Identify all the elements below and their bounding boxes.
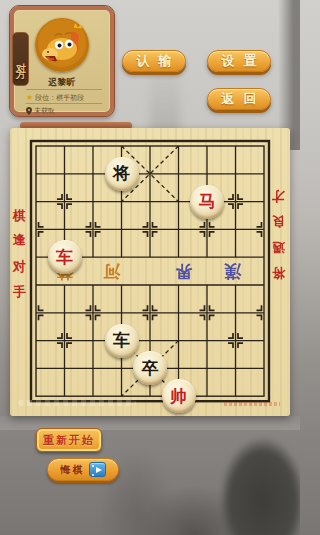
- board-grid[interactable]: 将马车车卒帅: [22, 132, 279, 410]
- piece-帅-red[interactable]: 帅: [162, 379, 196, 413]
- avatar[interactable]: [35, 18, 89, 72]
- resign-button[interactable]: 认输: [122, 50, 186, 72]
- opponent-name: 迟黎昕: [14, 76, 110, 89]
- opponent-panel: 对方 迟黎昕 ★ 段位：棋手初段 未获取: [10, 6, 114, 116]
- xiangqi-board: 棋逢对手 将遇良才 楚河界漢 将马车车卒帅: [10, 128, 290, 416]
- piece-车-black[interactable]: 车: [105, 324, 139, 358]
- piece-glyph: 帅: [170, 388, 187, 405]
- piece-将-black[interactable]: 将: [105, 157, 139, 191]
- ad-video-icon: [89, 462, 106, 477]
- restart-button[interactable]: 重新开始: [36, 428, 102, 452]
- location-pin-icon: [26, 107, 32, 115]
- piece-glyph: 将: [113, 165, 130, 182]
- star-icon: ★: [26, 94, 33, 102]
- opponent-location-row: 未获取: [26, 106, 106, 116]
- piece-glyph: 卒: [142, 360, 159, 377]
- piece-马-red[interactable]: 马: [190, 185, 224, 219]
- opponent-rank-row: ★ 段位：棋手初段: [26, 93, 106, 103]
- opponent-location: 未获取: [34, 106, 55, 116]
- background-mountain-art: [90, 430, 300, 535]
- piece-glyph: 车: [56, 249, 73, 266]
- piece-卒-black[interactable]: 卒: [133, 351, 167, 385]
- dragon-avatar-icon: [35, 18, 89, 72]
- undo-button[interactable]: 悔棋: [47, 458, 119, 481]
- divider: [26, 89, 102, 90]
- piece-glyph: 马: [199, 193, 216, 210]
- divider: [26, 103, 102, 104]
- back-button[interactable]: 返回: [207, 88, 271, 110]
- piece-车-red[interactable]: 车: [48, 240, 82, 274]
- opponent-rank-label: 段位：棋手初段: [35, 93, 84, 103]
- piece-glyph: 车: [113, 332, 130, 349]
- settings-button[interactable]: 设置: [207, 50, 271, 72]
- undo-label: 悔棋: [61, 463, 85, 477]
